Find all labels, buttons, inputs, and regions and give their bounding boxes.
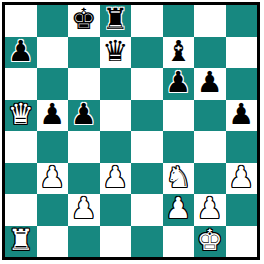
square-b8[interactable] [37, 5, 69, 37]
square-b2[interactable] [37, 194, 69, 226]
square-a6[interactable] [5, 68, 37, 100]
square-e5[interactable] [131, 100, 163, 132]
square-f1[interactable] [163, 226, 195, 258]
piece-white-pawn-g2[interactable]: ♟ [197, 194, 223, 225]
square-g2[interactable]: ♟ [194, 194, 226, 226]
square-a3[interactable] [5, 163, 37, 195]
chess-board: ♚♜♟♛♝♟♟♛♟♟♟♟♟♞♟♟♟♟♜♚ [5, 5, 257, 257]
square-e4[interactable] [131, 131, 163, 163]
square-f8[interactable] [163, 5, 195, 37]
piece-white-pawn-f2[interactable]: ♟ [165, 194, 191, 225]
square-g5[interactable] [194, 100, 226, 132]
square-c4[interactable] [68, 131, 100, 163]
square-d7[interactable]: ♛ [100, 37, 132, 69]
square-c5[interactable]: ♟ [68, 100, 100, 132]
square-d6[interactable] [100, 68, 132, 100]
piece-white-pawn-c2[interactable]: ♟ [71, 194, 97, 225]
board-frame: ♚♜♟♛♝♟♟♛♟♟♟♟♟♞♟♟♟♟♜♚ [2, 2, 260, 260]
square-g3[interactable] [194, 163, 226, 195]
piece-white-pawn-h3[interactable]: ♟ [228, 163, 254, 194]
square-g7[interactable] [194, 37, 226, 69]
square-h1[interactable] [226, 226, 258, 258]
square-g1[interactable]: ♚ [194, 226, 226, 258]
square-c7[interactable] [68, 37, 100, 69]
square-h3[interactable]: ♟ [226, 163, 258, 195]
piece-white-queen-a5[interactable]: ♛ [8, 100, 34, 131]
square-h2[interactable] [226, 194, 258, 226]
piece-black-king-c8[interactable]: ♚ [71, 5, 97, 36]
square-f7[interactable]: ♝ [163, 37, 195, 69]
square-b3[interactable]: ♟ [37, 163, 69, 195]
square-c1[interactable] [68, 226, 100, 258]
piece-black-bishop-f7[interactable]: ♝ [165, 37, 191, 68]
square-h8[interactable] [226, 5, 258, 37]
square-f6[interactable]: ♟ [163, 68, 195, 100]
square-h4[interactable] [226, 131, 258, 163]
square-d3[interactable]: ♟ [100, 163, 132, 195]
square-e8[interactable] [131, 5, 163, 37]
square-c6[interactable] [68, 68, 100, 100]
square-b5[interactable]: ♟ [37, 100, 69, 132]
piece-black-pawn-g6[interactable]: ♟ [197, 68, 223, 99]
square-g8[interactable] [194, 5, 226, 37]
square-a7[interactable]: ♟ [5, 37, 37, 69]
square-h7[interactable] [226, 37, 258, 69]
piece-white-rook-a1[interactable]: ♜ [8, 226, 34, 257]
square-e7[interactable] [131, 37, 163, 69]
piece-black-pawn-b5[interactable]: ♟ [39, 100, 65, 131]
square-d4[interactable] [100, 131, 132, 163]
piece-white-king-g1[interactable]: ♚ [197, 226, 223, 257]
square-c8[interactable]: ♚ [68, 5, 100, 37]
square-c3[interactable] [68, 163, 100, 195]
square-g4[interactable] [194, 131, 226, 163]
square-e3[interactable] [131, 163, 163, 195]
square-e1[interactable] [131, 226, 163, 258]
square-b4[interactable] [37, 131, 69, 163]
piece-black-pawn-c5[interactable]: ♟ [71, 100, 97, 131]
piece-black-rook-d8[interactable]: ♜ [102, 5, 128, 36]
piece-white-knight-f3[interactable]: ♞ [165, 163, 191, 194]
piece-black-pawn-f6[interactable]: ♟ [165, 68, 191, 99]
piece-black-pawn-a7[interactable]: ♟ [8, 37, 34, 68]
square-b7[interactable] [37, 37, 69, 69]
square-a2[interactable] [5, 194, 37, 226]
square-h6[interactable] [226, 68, 258, 100]
piece-white-pawn-b3[interactable]: ♟ [39, 163, 65, 194]
square-a8[interactable] [5, 5, 37, 37]
piece-white-pawn-d3[interactable]: ♟ [102, 163, 128, 194]
square-h5[interactable]: ♟ [226, 100, 258, 132]
square-f4[interactable] [163, 131, 195, 163]
square-c2[interactable]: ♟ [68, 194, 100, 226]
piece-black-pawn-h5[interactable]: ♟ [228, 100, 254, 131]
square-f5[interactable] [163, 100, 195, 132]
square-b6[interactable] [37, 68, 69, 100]
square-d8[interactable]: ♜ [100, 5, 132, 37]
square-a1[interactable]: ♜ [5, 226, 37, 258]
square-g6[interactable]: ♟ [194, 68, 226, 100]
square-e6[interactable] [131, 68, 163, 100]
square-d1[interactable] [100, 226, 132, 258]
square-a4[interactable] [5, 131, 37, 163]
piece-black-queen-d7[interactable]: ♛ [102, 37, 128, 68]
square-d2[interactable] [100, 194, 132, 226]
square-b1[interactable] [37, 226, 69, 258]
square-f2[interactable]: ♟ [163, 194, 195, 226]
square-d5[interactable] [100, 100, 132, 132]
square-f3[interactable]: ♞ [163, 163, 195, 195]
square-a5[interactable]: ♛ [5, 100, 37, 132]
square-e2[interactable] [131, 194, 163, 226]
